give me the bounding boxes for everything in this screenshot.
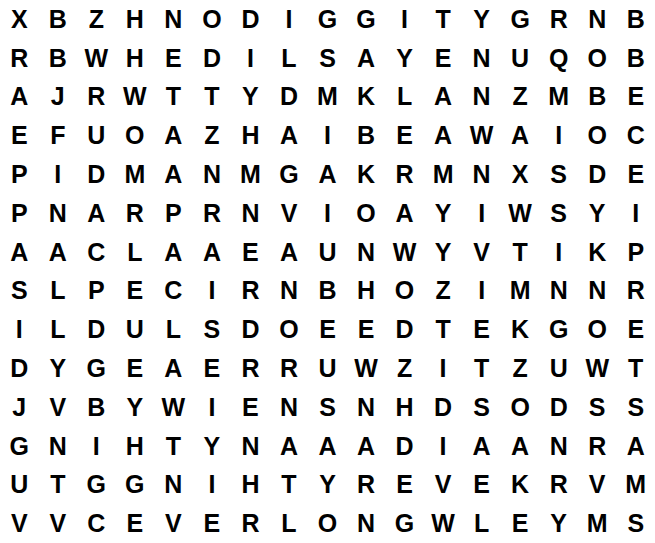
grid-cell-r1c1[interactable]: X bbox=[0, 0, 39, 39]
grid-cell-r4c15[interactable]: I bbox=[539, 116, 578, 155]
grid-cell-r1c7[interactable]: D bbox=[231, 0, 270, 39]
grid-cell-r13c9[interactable]: Y bbox=[308, 465, 347, 504]
grid-cell-r3c13[interactable]: N bbox=[462, 78, 501, 117]
grid-cell-r11c14[interactable]: O bbox=[501, 388, 540, 427]
grid-cell-r10c15[interactable]: U bbox=[539, 349, 578, 388]
grid-cell-r8c3[interactable]: P bbox=[77, 271, 116, 310]
grid-cell-r12c3[interactable]: I bbox=[77, 427, 116, 466]
grid-cell-r11c8[interactable]: N bbox=[270, 388, 309, 427]
grid-cell-r5c6[interactable]: N bbox=[193, 155, 232, 194]
grid-cell-r9c3[interactable]: D bbox=[77, 310, 116, 349]
grid-cell-r11c5[interactable]: W bbox=[154, 388, 193, 427]
grid-cell-r10c14[interactable]: Z bbox=[501, 349, 540, 388]
grid-cell-r13c6[interactable]: I bbox=[193, 465, 232, 504]
grid-cell-r10c1[interactable]: D bbox=[0, 349, 39, 388]
grid-cell-r9c8[interactable]: O bbox=[270, 310, 309, 349]
grid-cell-r3c7[interactable]: Y bbox=[231, 78, 270, 117]
grid-cell-r2c13[interactable]: N bbox=[462, 39, 501, 78]
grid-cell-r3c12[interactable]: A bbox=[424, 78, 463, 117]
grid-cell-r11c4[interactable]: Y bbox=[116, 388, 155, 427]
grid-cell-r14c13[interactable]: L bbox=[462, 504, 501, 543]
grid-cell-r14c15[interactable]: Y bbox=[539, 504, 578, 543]
grid-cell-r7c7[interactable]: E bbox=[231, 233, 270, 272]
grid-cell-r8c8[interactable]: N bbox=[270, 271, 309, 310]
grid-cell-r1c6[interactable]: O bbox=[193, 0, 232, 39]
grid-cell-r6c13[interactable]: I bbox=[462, 194, 501, 233]
grid-cell-r6c8[interactable]: V bbox=[270, 194, 309, 233]
grid-cell-r9c14[interactable]: K bbox=[501, 310, 540, 349]
grid-cell-r11c15[interactable]: D bbox=[539, 388, 578, 427]
grid-cell-r4c3[interactable]: U bbox=[77, 116, 116, 155]
grid-cell-r14c6[interactable]: E bbox=[193, 504, 232, 543]
grid-cell-r1c8[interactable]: I bbox=[270, 0, 309, 39]
grid-cell-r2c15[interactable]: Q bbox=[539, 39, 578, 78]
grid-cell-r14c11[interactable]: G bbox=[385, 504, 424, 543]
grid-cell-r4c16[interactable]: O bbox=[578, 116, 617, 155]
grid-cell-r12c9[interactable]: A bbox=[308, 427, 347, 466]
grid-cell-r4c10[interactable]: B bbox=[347, 116, 386, 155]
grid-cell-r7c12[interactable]: Y bbox=[424, 233, 463, 272]
grid-cell-r6c14[interactable]: W bbox=[501, 194, 540, 233]
grid-cell-r13c1[interactable]: U bbox=[0, 465, 39, 504]
grid-cell-r3c15[interactable]: M bbox=[539, 78, 578, 117]
grid-cell-r3c1[interactable]: A bbox=[0, 78, 39, 117]
grid-cell-r6c6[interactable]: R bbox=[193, 194, 232, 233]
grid-cell-r7c4[interactable]: L bbox=[116, 233, 155, 272]
grid-cell-r12c7[interactable]: N bbox=[231, 427, 270, 466]
grid-cell-r6c4[interactable]: R bbox=[116, 194, 155, 233]
grid-cell-r5c17[interactable]: E bbox=[616, 155, 655, 194]
grid-cell-r6c10[interactable]: O bbox=[347, 194, 386, 233]
grid-cell-r8c13[interactable]: I bbox=[462, 271, 501, 310]
grid-cell-r9c1[interactable]: I bbox=[0, 310, 39, 349]
grid-cell-r6c2[interactable]: N bbox=[39, 194, 78, 233]
grid-cell-r7c3[interactable]: C bbox=[77, 233, 116, 272]
grid-cell-r8c5[interactable]: C bbox=[154, 271, 193, 310]
grid-cell-r5c3[interactable]: D bbox=[77, 155, 116, 194]
grid-cell-r6c16[interactable]: Y bbox=[578, 194, 617, 233]
grid-cell-r1c11[interactable]: I bbox=[385, 0, 424, 39]
grid-cell-r4c17[interactable]: C bbox=[616, 116, 655, 155]
grid-cell-r10c2[interactable]: Y bbox=[39, 349, 78, 388]
grid-cell-r2c14[interactable]: U bbox=[501, 39, 540, 78]
grid-cell-r13c10[interactable]: R bbox=[347, 465, 386, 504]
grid-cell-r5c8[interactable]: G bbox=[270, 155, 309, 194]
grid-cell-r14c8[interactable]: L bbox=[270, 504, 309, 543]
grid-cell-r7c11[interactable]: W bbox=[385, 233, 424, 272]
grid-cell-r13c15[interactable]: R bbox=[539, 465, 578, 504]
grid-cell-r3c14[interactable]: Z bbox=[501, 78, 540, 117]
grid-cell-r8c7[interactable]: R bbox=[231, 271, 270, 310]
grid-cell-r11c16[interactable]: S bbox=[578, 388, 617, 427]
grid-cell-r14c4[interactable]: E bbox=[116, 504, 155, 543]
grid-cell-r2c17[interactable]: B bbox=[616, 39, 655, 78]
grid-cell-r14c17[interactable]: S bbox=[616, 504, 655, 543]
grid-cell-r3c11[interactable]: L bbox=[385, 78, 424, 117]
grid-cell-r4c7[interactable]: H bbox=[231, 116, 270, 155]
grid-cell-r5c7[interactable]: M bbox=[231, 155, 270, 194]
grid-cell-r12c4[interactable]: H bbox=[116, 427, 155, 466]
grid-cell-r5c10[interactable]: K bbox=[347, 155, 386, 194]
grid-cell-r12c6[interactable]: Y bbox=[193, 427, 232, 466]
grid-cell-r10c5[interactable]: A bbox=[154, 349, 193, 388]
grid-cell-r11c3[interactable]: B bbox=[77, 388, 116, 427]
grid-cell-r12c15[interactable]: N bbox=[539, 427, 578, 466]
grid-cell-r6c9[interactable]: I bbox=[308, 194, 347, 233]
grid-cell-r12c2[interactable]: N bbox=[39, 427, 78, 466]
grid-cell-r13c3[interactable]: G bbox=[77, 465, 116, 504]
grid-cell-r13c8[interactable]: T bbox=[270, 465, 309, 504]
grid-cell-r2c4[interactable]: H bbox=[116, 39, 155, 78]
grid-cell-r9c13[interactable]: E bbox=[462, 310, 501, 349]
grid-cell-r5c11[interactable]: R bbox=[385, 155, 424, 194]
grid-cell-r2c12[interactable]: E bbox=[424, 39, 463, 78]
grid-cell-r11c10[interactable]: N bbox=[347, 388, 386, 427]
grid-cell-r14c10[interactable]: N bbox=[347, 504, 386, 543]
grid-cell-r13c14[interactable]: K bbox=[501, 465, 540, 504]
grid-cell-r7c1[interactable]: A bbox=[0, 233, 39, 272]
grid-cell-r6c12[interactable]: Y bbox=[424, 194, 463, 233]
grid-cell-r8c9[interactable]: B bbox=[308, 271, 347, 310]
grid-cell-r8c4[interactable]: E bbox=[116, 271, 155, 310]
word-search-page: XBZHNODIGGITYGRNBRBWHEDILSAYENUQOBAJRWTT… bbox=[0, 0, 655, 543]
grid-cell-r14c5[interactable]: V bbox=[154, 504, 193, 543]
grid-cell-r1c15[interactable]: R bbox=[539, 0, 578, 39]
grid-cell-r3c10[interactable]: K bbox=[347, 78, 386, 117]
grid-cell-r10c8[interactable]: R bbox=[270, 349, 309, 388]
grid-cell-r13c5[interactable]: N bbox=[154, 465, 193, 504]
grid-cell-r10c7[interactable]: R bbox=[231, 349, 270, 388]
grid-cell-r13c17[interactable]: M bbox=[616, 465, 655, 504]
grid-cell-r1c9[interactable]: G bbox=[308, 0, 347, 39]
grid-cell-r10c6[interactable]: E bbox=[193, 349, 232, 388]
grid-cell-r6c5[interactable]: P bbox=[154, 194, 193, 233]
grid-cell-r3c5[interactable]: T bbox=[154, 78, 193, 117]
grid-cell-r13c4[interactable]: G bbox=[116, 465, 155, 504]
grid-cell-r7c13[interactable]: V bbox=[462, 233, 501, 272]
grid-cell-r14c3[interactable]: C bbox=[77, 504, 116, 543]
grid-cell-r14c14[interactable]: E bbox=[501, 504, 540, 543]
grid-cell-r4c2[interactable]: F bbox=[39, 116, 78, 155]
grid-cell-r9c5[interactable]: L bbox=[154, 310, 193, 349]
grid-cell-r12c5[interactable]: T bbox=[154, 427, 193, 466]
grid-cell-r4c12[interactable]: A bbox=[424, 116, 463, 155]
grid-cell-r11c17[interactable]: S bbox=[616, 388, 655, 427]
grid-cell-r4c1[interactable]: E bbox=[0, 116, 39, 155]
grid-cell-r2c6[interactable]: D bbox=[193, 39, 232, 78]
grid-cell-r1c13[interactable]: Y bbox=[462, 0, 501, 39]
grid-cell-r13c13[interactable]: E bbox=[462, 465, 501, 504]
grid-cell-r6c7[interactable]: N bbox=[231, 194, 270, 233]
grid-cell-r10c16[interactable]: W bbox=[578, 349, 617, 388]
grid-cell-r6c15[interactable]: S bbox=[539, 194, 578, 233]
grid-cell-r4c11[interactable]: E bbox=[385, 116, 424, 155]
grid-cell-r7c2[interactable]: A bbox=[39, 233, 78, 272]
grid-cell-r3c6[interactable]: T bbox=[193, 78, 232, 117]
grid-cell-r14c7[interactable]: R bbox=[231, 504, 270, 543]
grid-cell-r9c2[interactable]: L bbox=[39, 310, 78, 349]
grid-cell-r1c17[interactable]: B bbox=[616, 0, 655, 39]
grid-cell-r3c8[interactable]: D bbox=[270, 78, 309, 117]
grid-cell-r11c11[interactable]: H bbox=[385, 388, 424, 427]
grid-cell-r8c12[interactable]: Z bbox=[424, 271, 463, 310]
grid-cell-r11c9[interactable]: S bbox=[308, 388, 347, 427]
grid-cell-r10c10[interactable]: W bbox=[347, 349, 386, 388]
grid-cell-r11c1[interactable]: J bbox=[0, 388, 39, 427]
grid-cell-r4c13[interactable]: W bbox=[462, 116, 501, 155]
grid-cell-r13c12[interactable]: V bbox=[424, 465, 463, 504]
grid-cell-r5c12[interactable]: M bbox=[424, 155, 463, 194]
grid-cell-r10c3[interactable]: G bbox=[77, 349, 116, 388]
grid-cell-r14c12[interactable]: W bbox=[424, 504, 463, 543]
grid-cell-r5c4[interactable]: M bbox=[116, 155, 155, 194]
grid-cell-r10c17[interactable]: T bbox=[616, 349, 655, 388]
grid-cell-r8c10[interactable]: H bbox=[347, 271, 386, 310]
grid-cell-r2c10[interactable]: A bbox=[347, 39, 386, 78]
grid-cell-r9c17[interactable]: E bbox=[616, 310, 655, 349]
grid-cell-r8c17[interactable]: R bbox=[616, 271, 655, 310]
grid-cell-r12c16[interactable]: R bbox=[578, 427, 617, 466]
grid-cell-r12c10[interactable]: A bbox=[347, 427, 386, 466]
grid-cell-r11c2[interactable]: V bbox=[39, 388, 78, 427]
grid-cell-r1c12[interactable]: T bbox=[424, 0, 463, 39]
grid-cell-r5c2[interactable]: I bbox=[39, 155, 78, 194]
grid-cell-r12c8[interactable]: A bbox=[270, 427, 309, 466]
grid-cell-r10c9[interactable]: U bbox=[308, 349, 347, 388]
grid-cell-r2c2[interactable]: B bbox=[39, 39, 78, 78]
grid-cell-r5c16[interactable]: D bbox=[578, 155, 617, 194]
grid-cell-r9c12[interactable]: T bbox=[424, 310, 463, 349]
grid-cell-r2c8[interactable]: L bbox=[270, 39, 309, 78]
grid-cell-r3c3[interactable]: R bbox=[77, 78, 116, 117]
grid-cell-r10c13[interactable]: T bbox=[462, 349, 501, 388]
grid-cell-r8c15[interactable]: N bbox=[539, 271, 578, 310]
grid-cell-r5c5[interactable]: A bbox=[154, 155, 193, 194]
grid-cell-r14c1[interactable]: V bbox=[0, 504, 39, 543]
grid-cell-r12c11[interactable]: D bbox=[385, 427, 424, 466]
grid-cell-r4c14[interactable]: A bbox=[501, 116, 540, 155]
grid-cell-r9c11[interactable]: D bbox=[385, 310, 424, 349]
grid-cell-r6c3[interactable]: A bbox=[77, 194, 116, 233]
grid-cell-r2c16[interactable]: O bbox=[578, 39, 617, 78]
grid-cell-r1c14[interactable]: G bbox=[501, 0, 540, 39]
grid-cell-r5c9[interactable]: A bbox=[308, 155, 347, 194]
grid-cell-r14c16[interactable]: M bbox=[578, 504, 617, 543]
grid-cell-r11c6[interactable]: I bbox=[193, 388, 232, 427]
grid-cell-r7c8[interactable]: A bbox=[270, 233, 309, 272]
grid-cell-r1c3[interactable]: Z bbox=[77, 0, 116, 39]
grid-cell-r1c2[interactable]: B bbox=[39, 0, 78, 39]
grid-cell-r14c2[interactable]: V bbox=[39, 504, 78, 543]
grid-cell-r3c4[interactable]: W bbox=[116, 78, 155, 117]
grid-cell-r6c11[interactable]: A bbox=[385, 194, 424, 233]
grid-cell-r9c9[interactable]: E bbox=[308, 310, 347, 349]
grid-cell-r3c9[interactable]: M bbox=[308, 78, 347, 117]
grid-cell-r9c15[interactable]: G bbox=[539, 310, 578, 349]
grid-cell-r3c17[interactable]: E bbox=[616, 78, 655, 117]
word-search-grid: XBZHNODIGGITYGRNBRBWHEDILSAYENUQOBAJRWTT… bbox=[0, 0, 655, 543]
grid-cell-r10c4[interactable]: E bbox=[116, 349, 155, 388]
grid-cell-r1c16[interactable]: N bbox=[578, 0, 617, 39]
grid-cell-r2c9[interactable]: S bbox=[308, 39, 347, 78]
grid-cell-r8c11[interactable]: O bbox=[385, 271, 424, 310]
grid-cell-r8c6[interactable]: I bbox=[193, 271, 232, 310]
grid-cell-r7c15[interactable]: I bbox=[539, 233, 578, 272]
grid-cell-r2c1[interactable]: R bbox=[0, 39, 39, 78]
grid-cell-r13c2[interactable]: T bbox=[39, 465, 78, 504]
grid-cell-r2c5[interactable]: E bbox=[154, 39, 193, 78]
grid-cell-r13c7[interactable]: H bbox=[231, 465, 270, 504]
grid-cell-r7c9[interactable]: U bbox=[308, 233, 347, 272]
grid-cell-r1c10[interactable]: G bbox=[347, 0, 386, 39]
grid-cell-r13c11[interactable]: E bbox=[385, 465, 424, 504]
grid-cell-r12c1[interactable]: G bbox=[0, 427, 39, 466]
grid-cell-r4c4[interactable]: O bbox=[116, 116, 155, 155]
grid-cell-r10c11[interactable]: Z bbox=[385, 349, 424, 388]
grid-cell-r12c14[interactable]: A bbox=[501, 427, 540, 466]
grid-cell-r8c16[interactable]: N bbox=[578, 271, 617, 310]
grid-cell-r2c11[interactable]: Y bbox=[385, 39, 424, 78]
grid-cell-r7c10[interactable]: N bbox=[347, 233, 386, 272]
grid-cell-r6c1[interactable]: P bbox=[0, 194, 39, 233]
grid-cell-r5c1[interactable]: P bbox=[0, 155, 39, 194]
grid-cell-r4c6[interactable]: Z bbox=[193, 116, 232, 155]
grid-cell-r1c4[interactable]: H bbox=[116, 0, 155, 39]
grid-cell-r5c15[interactable]: S bbox=[539, 155, 578, 194]
grid-cell-r7c6[interactable]: A bbox=[193, 233, 232, 272]
grid-cell-r13c16[interactable]: V bbox=[578, 465, 617, 504]
grid-cell-r5c13[interactable]: N bbox=[462, 155, 501, 194]
grid-cell-r12c13[interactable]: A bbox=[462, 427, 501, 466]
grid-cell-r8c1[interactable]: S bbox=[0, 271, 39, 310]
grid-cell-r9c4[interactable]: U bbox=[116, 310, 155, 349]
grid-cell-r9c10[interactable]: E bbox=[347, 310, 386, 349]
grid-cell-r14c9[interactable]: O bbox=[308, 504, 347, 543]
grid-cell-r9c7[interactable]: D bbox=[231, 310, 270, 349]
grid-cell-r9c6[interactable]: S bbox=[193, 310, 232, 349]
grid-cell-r6c17[interactable]: I bbox=[616, 194, 655, 233]
grid-cell-r11c13[interactable]: S bbox=[462, 388, 501, 427]
grid-cell-r3c16[interactable]: B bbox=[578, 78, 617, 117]
grid-cell-r11c7[interactable]: E bbox=[231, 388, 270, 427]
grid-cell-r12c12[interactable]: I bbox=[424, 427, 463, 466]
grid-cell-r4c5[interactable]: A bbox=[154, 116, 193, 155]
grid-cell-r7c16[interactable]: K bbox=[578, 233, 617, 272]
grid-cell-r11c12[interactable]: D bbox=[424, 388, 463, 427]
grid-cell-r2c3[interactable]: W bbox=[77, 39, 116, 78]
grid-cell-r5c14[interactable]: X bbox=[501, 155, 540, 194]
grid-cell-r7c17[interactable]: P bbox=[616, 233, 655, 272]
grid-cell-r7c14[interactable]: T bbox=[501, 233, 540, 272]
grid-cell-r9c16[interactable]: O bbox=[578, 310, 617, 349]
grid-cell-r3c2[interactable]: J bbox=[39, 78, 78, 117]
grid-cell-r10c12[interactable]: I bbox=[424, 349, 463, 388]
grid-cell-r12c17[interactable]: A bbox=[616, 427, 655, 466]
grid-cell-r8c14[interactable]: M bbox=[501, 271, 540, 310]
grid-cell-r8c2[interactable]: L bbox=[39, 271, 78, 310]
grid-cell-r1c5[interactable]: N bbox=[154, 0, 193, 39]
grid-cell-r2c7[interactable]: I bbox=[231, 39, 270, 78]
grid-cell-r7c5[interactable]: A bbox=[154, 233, 193, 272]
grid-cell-r4c9[interactable]: I bbox=[308, 116, 347, 155]
grid-cell-r4c8[interactable]: A bbox=[270, 116, 309, 155]
